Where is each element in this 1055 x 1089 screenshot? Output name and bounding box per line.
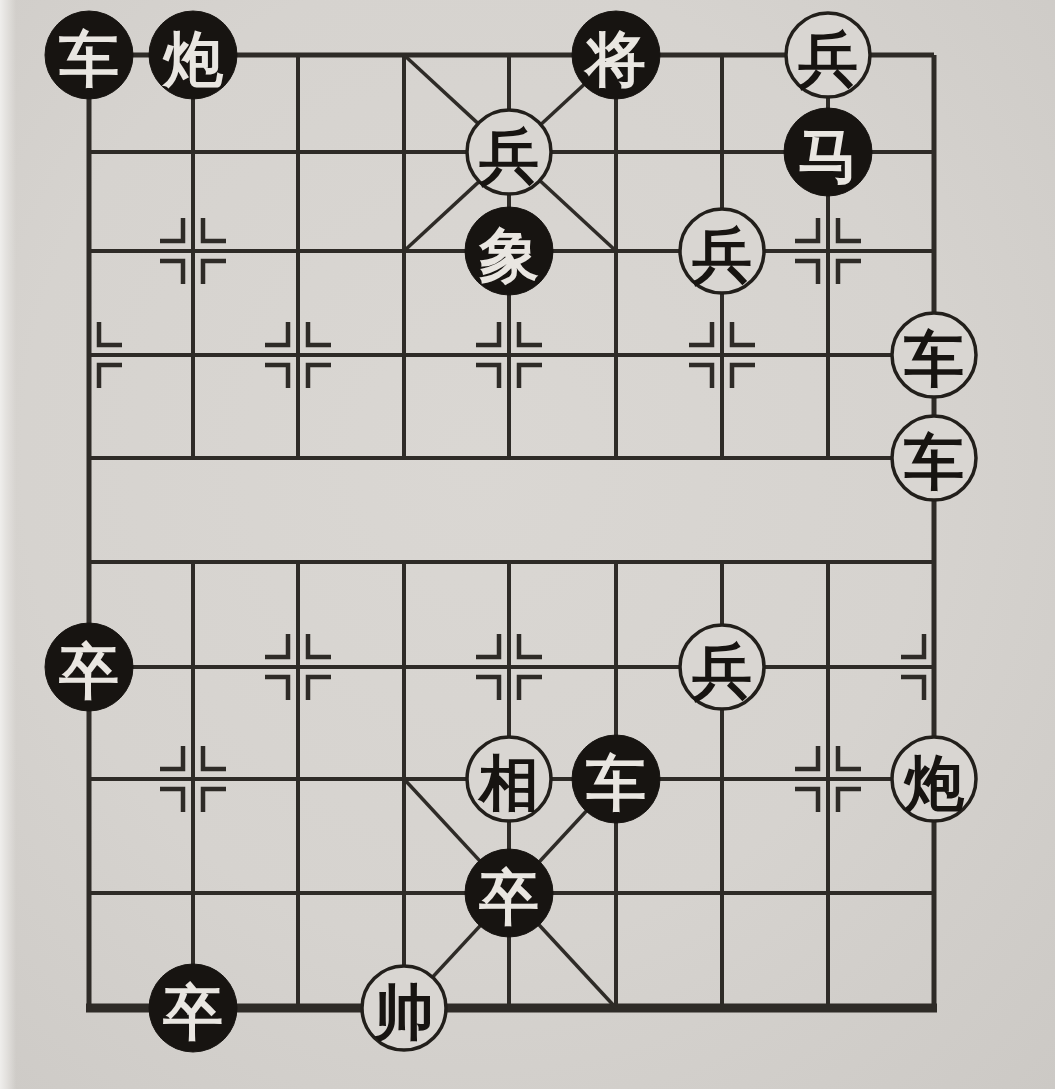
piece-glyph-black-soldier: 卒 [478,862,539,932]
xiangqi-board: 车炮将兵兵马象兵车车卒兵相车炮卒卒帅 [0,0,1055,1089]
piece-red-cannon[interactable]: 炮 [892,737,976,821]
piece-red-soldier[interactable]: 兵 [786,13,870,97]
piece-red-general[interactable]: 帅 [362,966,446,1050]
piece-glyph-red-chariot: 车 [904,324,964,394]
piece-black-chariot[interactable]: 车 [45,11,133,99]
piece-red-soldier[interactable]: 兵 [680,209,764,293]
piece-red-soldier[interactable]: 兵 [680,625,764,709]
piece-glyph-red-elephant: 相 [477,748,539,818]
piece-glyph-red-general: 帅 [373,977,434,1047]
piece-glyph-black-general: 将 [583,24,646,94]
piece-black-chariot[interactable]: 车 [572,735,660,823]
piece-red-soldier[interactable]: 兵 [467,110,551,194]
piece-glyph-red-soldier: 兵 [478,121,539,191]
piece-black-cannon[interactable]: 炮 [149,11,237,99]
piece-glyph-red-cannon: 炮 [902,748,965,818]
point-markers [99,218,924,812]
piece-black-horse[interactable]: 马 [784,108,872,196]
piece-glyph-black-elephant: 象 [478,220,539,290]
piece-black-soldier[interactable]: 卒 [45,623,133,711]
piece-black-elephant[interactable]: 象 [465,207,553,295]
piece-black-general[interactable]: 将 [572,11,660,99]
piece-glyph-black-soldier: 卒 [162,977,223,1047]
paper-photo-background: 车炮将兵兵马象兵车车卒兵相车炮卒卒帅 [0,0,1055,1089]
pieces: 车炮将兵兵马象兵车车卒兵相车炮卒卒帅 [45,11,976,1052]
piece-glyph-red-soldier: 兵 [691,220,752,290]
piece-red-chariot[interactable]: 车 [892,313,976,397]
piece-glyph-black-soldier: 卒 [58,636,119,706]
piece-black-soldier[interactable]: 卒 [465,849,553,937]
piece-glyph-black-chariot: 车 [586,748,646,818]
piece-glyph-red-soldier: 兵 [797,24,858,94]
piece-red-chariot[interactable]: 车 [892,416,976,500]
piece-glyph-black-chariot: 车 [59,24,119,94]
piece-red-elephant[interactable]: 相 [467,737,551,821]
piece-black-soldier[interactable]: 卒 [149,964,237,1052]
piece-glyph-red-chariot: 车 [904,427,964,497]
piece-glyph-black-cannon: 炮 [161,24,224,94]
piece-glyph-red-soldier: 兵 [691,636,752,706]
piece-glyph-black-horse: 马 [798,121,858,191]
